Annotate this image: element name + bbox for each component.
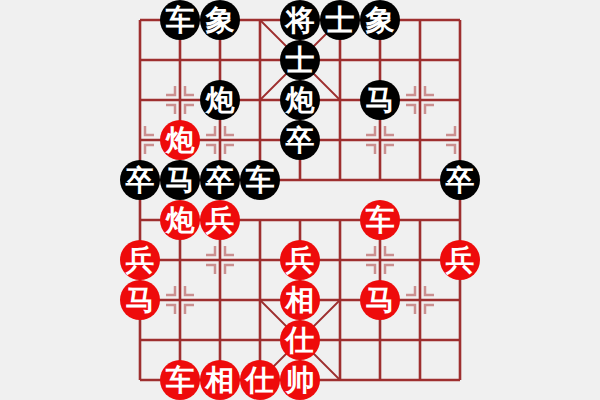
- piece-red-cannon[interactable]: 炮: [160, 200, 200, 240]
- xiangqi-board: 车象将士象士炮炮马炮卒卒马卒车卒炮兵车兵兵兵马相马仕车相仕帅: [0, 0, 600, 400]
- piece-red-soldier[interactable]: 兵: [120, 240, 160, 280]
- piece-red-general[interactable]: 帅: [280, 360, 320, 400]
- piece-red-horse[interactable]: 马: [360, 280, 400, 320]
- piece-black-elephant[interactable]: 象: [200, 0, 240, 40]
- piece-black-advisor[interactable]: 士: [320, 0, 360, 40]
- piece-red-cannon[interactable]: 炮: [160, 120, 200, 160]
- piece-red-advisor[interactable]: 仕: [240, 360, 280, 400]
- piece-black-soldier[interactable]: 卒: [120, 160, 160, 200]
- piece-black-chariot[interactable]: 车: [240, 160, 280, 200]
- piece-black-general[interactable]: 将: [280, 0, 320, 40]
- piece-red-horse[interactable]: 马: [120, 280, 160, 320]
- piece-black-elephant[interactable]: 象: [360, 0, 400, 40]
- piece-red-elephant[interactable]: 相: [280, 280, 320, 320]
- piece-black-soldier[interactable]: 卒: [440, 160, 480, 200]
- piece-red-soldier[interactable]: 兵: [280, 240, 320, 280]
- piece-red-chariot[interactable]: 车: [160, 360, 200, 400]
- piece-black-chariot[interactable]: 车: [160, 0, 200, 40]
- piece-red-soldier[interactable]: 兵: [200, 200, 240, 240]
- pieces-layer: 车象将士象士炮炮马炮卒卒马卒车卒炮兵车兵兵兵马相马仕车相仕帅: [120, 0, 480, 400]
- piece-black-cannon[interactable]: 炮: [200, 80, 240, 120]
- piece-black-horse[interactable]: 马: [360, 80, 400, 120]
- piece-red-soldier[interactable]: 兵: [440, 240, 480, 280]
- piece-black-advisor[interactable]: 士: [280, 40, 320, 80]
- piece-black-soldier[interactable]: 卒: [280, 120, 320, 160]
- piece-black-soldier[interactable]: 卒: [200, 160, 240, 200]
- piece-red-elephant[interactable]: 相: [200, 360, 240, 400]
- piece-red-chariot[interactable]: 车: [360, 200, 400, 240]
- piece-red-advisor[interactable]: 仕: [280, 320, 320, 360]
- piece-black-horse[interactable]: 马: [160, 160, 200, 200]
- piece-black-cannon[interactable]: 炮: [280, 80, 320, 120]
